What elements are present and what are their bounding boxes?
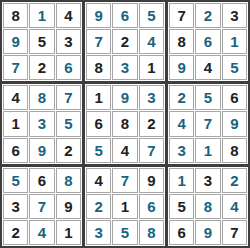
- cell-r2c4[interactable]: 7: [86, 29, 111, 54]
- cell-r5c8[interactable]: 7: [195, 111, 220, 136]
- cell-r4c8[interactable]: 5: [195, 85, 220, 110]
- cell-r8c4[interactable]: 2: [86, 194, 111, 219]
- box-4: 487135692: [2, 84, 82, 163]
- box-9: 132584697: [168, 167, 248, 246]
- cell-r5c5[interactable]: 8: [112, 111, 137, 136]
- box-2: 965724831: [85, 2, 165, 81]
- box-5: 193682547: [85, 84, 165, 163]
- cell-r3c5[interactable]: 3: [112, 55, 137, 80]
- cell-r1c4[interactable]: 9: [86, 3, 111, 28]
- cell-r6c6[interactable]: 7: [139, 138, 164, 163]
- cell-r6c2[interactable]: 9: [29, 138, 54, 163]
- cell-r8c7[interactable]: 5: [169, 194, 194, 219]
- cell-r7c8[interactable]: 3: [195, 168, 220, 193]
- cell-r3c9[interactable]: 5: [222, 55, 247, 80]
- cell-r2c5[interactable]: 2: [112, 29, 137, 54]
- cell-r1c2[interactable]: 1: [29, 3, 54, 28]
- cell-r9c3[interactable]: 1: [56, 220, 81, 245]
- cell-r5c1[interactable]: 1: [3, 111, 28, 136]
- cell-r9c7[interactable]: 6: [169, 220, 194, 245]
- cell-r1c7[interactable]: 7: [169, 3, 194, 28]
- cell-r5c4[interactable]: 6: [86, 111, 111, 136]
- box-1: 814953726: [2, 2, 82, 81]
- cell-r7c4[interactable]: 4: [86, 168, 111, 193]
- cell-r5c2[interactable]: 3: [29, 111, 54, 136]
- cell-r5c7[interactable]: 4: [169, 111, 194, 136]
- cell-r8c3[interactable]: 9: [56, 194, 81, 219]
- cell-r7c3[interactable]: 8: [56, 168, 81, 193]
- cell-r3c3[interactable]: 6: [56, 55, 81, 80]
- cell-r2c8[interactable]: 6: [195, 29, 220, 54]
- cell-r9c5[interactable]: 5: [112, 220, 137, 245]
- cell-r7c6[interactable]: 9: [139, 168, 164, 193]
- cell-r6c9[interactable]: 8: [222, 138, 247, 163]
- cell-r9c1[interactable]: 2: [3, 220, 28, 245]
- cell-r6c4[interactable]: 5: [86, 138, 111, 163]
- cell-r1c1[interactable]: 8: [3, 3, 28, 28]
- cell-r4c2[interactable]: 8: [29, 85, 54, 110]
- cell-r3c8[interactable]: 4: [195, 55, 220, 80]
- cell-r6c3[interactable]: 2: [56, 138, 81, 163]
- cell-r8c2[interactable]: 7: [29, 194, 54, 219]
- cell-r9c8[interactable]: 9: [195, 220, 220, 245]
- cell-r8c5[interactable]: 1: [112, 194, 137, 219]
- cell-r9c9[interactable]: 7: [222, 220, 247, 245]
- cell-r7c7[interactable]: 1: [169, 168, 194, 193]
- box-6: 256479318: [168, 84, 248, 163]
- cell-r6c7[interactable]: 3: [169, 138, 194, 163]
- cell-r5c9[interactable]: 9: [222, 111, 247, 136]
- cell-r1c5[interactable]: 6: [112, 3, 137, 28]
- cell-r3c1[interactable]: 7: [3, 55, 28, 80]
- cell-r6c1[interactable]: 6: [3, 138, 28, 163]
- cell-r2c3[interactable]: 3: [56, 29, 81, 54]
- sudoku-board: 814953726 965724831 723861945 487135692 …: [0, 0, 250, 248]
- cell-r3c6[interactable]: 1: [139, 55, 164, 80]
- cell-r4c7[interactable]: 2: [169, 85, 194, 110]
- cell-r5c6[interactable]: 2: [139, 111, 164, 136]
- box-3: 723861945: [168, 2, 248, 81]
- cell-r8c9[interactable]: 4: [222, 194, 247, 219]
- cell-r4c9[interactable]: 6: [222, 85, 247, 110]
- cell-r7c9[interactable]: 2: [222, 168, 247, 193]
- cell-r3c2[interactable]: 2: [29, 55, 54, 80]
- cell-r1c9[interactable]: 3: [222, 3, 247, 28]
- cell-r1c3[interactable]: 4: [56, 3, 81, 28]
- cell-r2c9[interactable]: 1: [222, 29, 247, 54]
- cell-r2c2[interactable]: 5: [29, 29, 54, 54]
- cell-r2c7[interactable]: 8: [169, 29, 194, 54]
- cell-r7c1[interactable]: 5: [3, 168, 28, 193]
- cell-r2c6[interactable]: 4: [139, 29, 164, 54]
- cell-r3c7[interactable]: 9: [169, 55, 194, 80]
- cell-r6c8[interactable]: 1: [195, 138, 220, 163]
- cell-r3c4[interactable]: 8: [86, 55, 111, 80]
- cell-r4c1[interactable]: 4: [3, 85, 28, 110]
- cell-r9c2[interactable]: 4: [29, 220, 54, 245]
- cell-r7c2[interactable]: 6: [29, 168, 54, 193]
- cell-r2c1[interactable]: 9: [3, 29, 28, 54]
- cell-r9c6[interactable]: 8: [139, 220, 164, 245]
- cell-r6c5[interactable]: 4: [112, 138, 137, 163]
- box-8: 479216358: [85, 167, 165, 246]
- cell-r8c1[interactable]: 3: [3, 194, 28, 219]
- cell-r7c5[interactable]: 7: [112, 168, 137, 193]
- cell-r5c3[interactable]: 5: [56, 111, 81, 136]
- cell-r9c4[interactable]: 3: [86, 220, 111, 245]
- cell-r4c5[interactable]: 9: [112, 85, 137, 110]
- cell-r4c4[interactable]: 1: [86, 85, 111, 110]
- cell-r4c6[interactable]: 3: [139, 85, 164, 110]
- cell-r8c6[interactable]: 6: [139, 194, 164, 219]
- cell-r8c8[interactable]: 8: [195, 194, 220, 219]
- cell-r4c3[interactable]: 7: [56, 85, 81, 110]
- cell-r1c6[interactable]: 5: [139, 3, 164, 28]
- cell-r1c8[interactable]: 2: [195, 3, 220, 28]
- box-7: 568379241: [2, 167, 82, 246]
